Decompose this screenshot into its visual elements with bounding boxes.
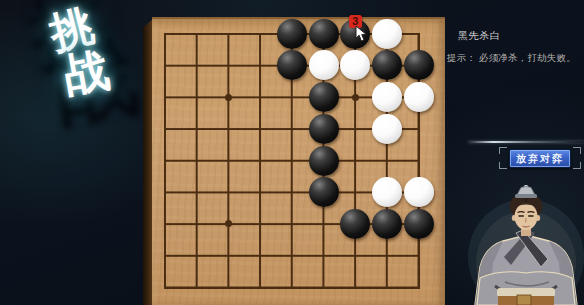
stone-white[interactable] xyxy=(372,82,402,112)
go-board[interactable]: 3 xyxy=(152,17,445,305)
board-side-edge xyxy=(143,20,152,305)
face xyxy=(515,203,538,230)
stone-black[interactable] xyxy=(372,209,402,239)
opponent-portrait xyxy=(455,185,584,305)
stone-white[interactable] xyxy=(404,82,434,112)
hat xyxy=(517,187,535,196)
button-bracket-right xyxy=(573,147,580,169)
stone-white[interactable] xyxy=(372,114,402,144)
stone-black[interactable] xyxy=(309,177,339,207)
stone-white[interactable] xyxy=(404,177,434,207)
stone-black[interactable] xyxy=(277,50,307,80)
mouse-cursor-icon xyxy=(355,26,369,43)
stone-black[interactable] xyxy=(404,50,434,80)
stone-black[interactable] xyxy=(309,82,339,112)
stone-black[interactable] xyxy=(309,114,339,144)
puzzle-objective: 黑先杀白 xyxy=(458,29,500,43)
stone-black[interactable] xyxy=(404,209,434,239)
stone-black[interactable] xyxy=(309,19,339,49)
star-point xyxy=(225,94,232,101)
resign-button[interactable]: 放弃对弈 xyxy=(509,149,571,168)
banner-char-zhan: 战 xyxy=(60,46,112,98)
star-point xyxy=(352,94,359,101)
puzzle-hint: 提示： 必须净杀，打劫失败。 xyxy=(447,52,576,65)
stone-black[interactable] xyxy=(340,209,370,239)
stone-white[interactable] xyxy=(372,177,402,207)
button-bracket-left xyxy=(499,147,506,169)
panel-divider xyxy=(468,141,584,143)
game-screen: 挑 战 挑 战 3 黑先杀白 提示： 必须净杀，打劫失败。 放弃对弈 xyxy=(0,0,584,305)
stone-black[interactable] xyxy=(309,146,339,176)
stone-white[interactable] xyxy=(372,19,402,49)
stone-black[interactable] xyxy=(277,19,307,49)
stone-white[interactable] xyxy=(309,50,339,80)
